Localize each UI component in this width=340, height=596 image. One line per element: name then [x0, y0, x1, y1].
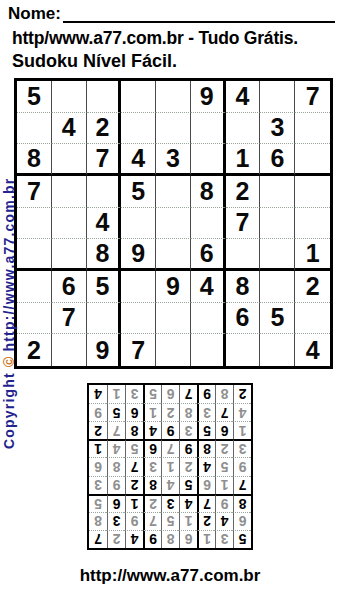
solution-cell-r6c5: 7 [161, 439, 179, 457]
main-cell-r7c9: 2 [295, 271, 330, 303]
main-cell-r3c3: 7 [87, 144, 122, 176]
solution-cell-r4c8: 9 [107, 476, 125, 494]
solution-board-rotated: 5316894276421579388974321657165482939542… [87, 383, 253, 550]
main-cell-r3c9[interactable] [295, 144, 330, 176]
main-cell-r4c4: 5 [121, 176, 156, 208]
main-cell-r9c2[interactable] [52, 334, 87, 366]
main-cell-r5c6[interactable] [191, 208, 226, 240]
sudoku-board: 594742387431675824789616594827652974 [14, 78, 333, 369]
main-cell-r9c1: 2 [17, 334, 52, 366]
solution-cell-r9c8: 1 [107, 385, 125, 403]
main-cell-r4c8[interactable] [260, 176, 295, 208]
solution-cell-r7c6: 4 [143, 421, 161, 439]
solution-cell-r2c4: 1 [179, 512, 197, 530]
main-cell-r5c7: 7 [226, 208, 261, 240]
solution-cell-r2c2: 4 [215, 512, 233, 530]
main-cell-r2c6[interactable] [191, 113, 226, 145]
copyright-prefix: Copyright [1, 367, 17, 449]
main-cell-r5c9[interactable] [295, 208, 330, 240]
solution-cell-r9c7: 3 [125, 385, 143, 403]
main-cell-r6c4: 9 [121, 239, 156, 271]
solution-cell-r5c3: 4 [197, 457, 215, 475]
main-cell-r5c1[interactable] [17, 208, 52, 240]
solution-cell-r9c9: 4 [89, 385, 107, 403]
solution-cell-r3c6: 2 [143, 494, 161, 512]
main-cell-r9c7[interactable] [226, 334, 261, 366]
solution-cell-r7c5: 9 [161, 421, 179, 439]
solution-cell-r2c3: 2 [197, 512, 215, 530]
main-cell-r6c7[interactable] [226, 239, 261, 271]
main-cell-r2c1[interactable] [17, 113, 52, 145]
solution-cell-r1c4: 6 [179, 530, 197, 548]
main-cell-r8c9[interactable] [295, 303, 330, 335]
main-cell-r4c1: 7 [17, 176, 52, 208]
main-cell-r5c3: 4 [87, 208, 122, 240]
main-cell-r9c9: 4 [295, 334, 330, 366]
solution-cell-r5c1: 9 [233, 457, 251, 475]
main-cell-r3c2[interactable] [52, 144, 87, 176]
solution-cell-r6c6: 6 [143, 439, 161, 457]
solution-cell-r9c2: 8 [215, 385, 233, 403]
solution-cell-r5c9: 6 [89, 457, 107, 475]
solution-cell-r3c2: 9 [215, 494, 233, 512]
copyright-vertical-text: Copyright © http://www.a77.com.br [1, 178, 17, 449]
main-cell-r4c2[interactable] [52, 176, 87, 208]
copyright-symbol: © [1, 357, 17, 367]
main-cell-r7c5: 9 [156, 271, 191, 303]
main-cell-r6c9: 1 [295, 239, 330, 271]
main-cell-r9c5[interactable] [156, 334, 191, 366]
solution-cell-r1c8: 2 [107, 530, 125, 548]
main-cell-r5c2[interactable] [52, 208, 87, 240]
solution-cell-r2c7: 9 [125, 512, 143, 530]
main-cell-r1c8[interactable] [260, 81, 295, 113]
main-cell-r2c5[interactable] [156, 113, 191, 145]
solution-cell-r9c5: 6 [161, 385, 179, 403]
solution-cell-r1c9: 7 [89, 530, 107, 548]
main-cell-r6c1[interactable] [17, 239, 52, 271]
solution-cell-r8c4: 8 [179, 403, 197, 421]
solution-cell-r2c9: 8 [89, 512, 107, 530]
solution-cell-r8c6: 1 [143, 403, 161, 421]
solution-cell-r8c8: 5 [107, 403, 125, 421]
solution-cell-r5c5: 1 [161, 457, 179, 475]
main-cell-r9c6[interactable] [191, 334, 226, 366]
main-cell-r9c3: 9 [87, 334, 122, 366]
solution-cell-r7c4: 3 [179, 421, 197, 439]
solution-cell-r2c5: 5 [161, 512, 179, 530]
main-cell-r2c2: 4 [52, 113, 87, 145]
solution-cell-r8c1: 4 [233, 403, 251, 421]
solution-cell-r2c6: 7 [143, 512, 161, 530]
solution-cell-r1c5: 8 [161, 530, 179, 548]
solution-cell-r6c8: 4 [107, 439, 125, 457]
main-cell-r2c3: 2 [87, 113, 122, 145]
main-cell-r3c6[interactable] [191, 144, 226, 176]
main-cell-r8c5[interactable] [156, 303, 191, 335]
solution-cell-r4c5: 4 [161, 476, 179, 494]
main-cell-r3c5: 3 [156, 144, 191, 176]
name-fill-line [63, 19, 335, 23]
solution-cell-r4c6: 8 [143, 476, 161, 494]
main-cell-r4c7: 2 [226, 176, 261, 208]
main-cell-r5c8[interactable] [260, 208, 295, 240]
name-row: Nome: [8, 4, 335, 24]
main-cell-r6c2[interactable] [52, 239, 87, 271]
solution-cell-r3c5: 3 [161, 494, 179, 512]
solution-cell-r7c3: 5 [197, 421, 215, 439]
main-cell-r1c9: 7 [295, 81, 330, 113]
main-cell-r8c3[interactable] [87, 303, 122, 335]
solution-cell-r3c8: 6 [107, 494, 125, 512]
solution-cell-r8c7: 6 [125, 403, 143, 421]
solution-cell-r9c6: 5 [143, 385, 161, 403]
solution-cell-r3c7: 1 [125, 494, 143, 512]
solution-cell-r2c1: 6 [233, 512, 251, 530]
solution-cell-r5c4: 2 [179, 457, 197, 475]
solution-cell-r9c4: 7 [179, 385, 197, 403]
main-cell-r1c6: 9 [191, 81, 226, 113]
solution-cell-r4c9: 3 [89, 476, 107, 494]
main-cell-r5c4[interactable] [121, 208, 156, 240]
solution-cell-r7c8: 7 [107, 421, 125, 439]
solution-cell-r6c3: 8 [197, 439, 215, 457]
solution-cell-r1c2: 3 [215, 530, 233, 548]
main-cell-r1c7: 4 [226, 81, 261, 113]
main-cell-r7c2: 6 [52, 271, 87, 303]
solution-cell-r4c2: 1 [215, 476, 233, 494]
solution-cell-r6c4: 9 [179, 439, 197, 457]
main-cell-r7c4[interactable] [121, 271, 156, 303]
main-cell-r9c8[interactable] [260, 334, 295, 366]
solution-cell-r3c1: 8 [233, 494, 251, 512]
name-label: Nome: [8, 4, 61, 24]
solution-cell-r2c8: 3 [107, 512, 125, 530]
main-cell-r6c8[interactable] [260, 239, 295, 271]
solution-cell-r5c2: 5 [215, 457, 233, 475]
solution-cell-r6c1: 3 [233, 439, 251, 457]
solution-cell-r1c1: 5 [233, 530, 251, 548]
solution-cell-r8c5: 2 [161, 403, 179, 421]
main-cell-r3c7: 1 [226, 144, 261, 176]
main-cell-r4c5[interactable] [156, 176, 191, 208]
main-cell-r3c8: 6 [260, 144, 295, 176]
main-cell-r3c1: 8 [17, 144, 52, 176]
solution-cell-r6c2: 2 [215, 439, 233, 457]
solution-cell-r5c6: 3 [143, 457, 161, 475]
main-cell-r1c2[interactable] [52, 81, 87, 113]
main-cell-r6c5[interactable] [156, 239, 191, 271]
main-cell-r8c4[interactable] [121, 303, 156, 335]
main-cell-r1c3[interactable] [87, 81, 122, 113]
main-cell-r4c6: 8 [191, 176, 226, 208]
main-cell-r7c8[interactable] [260, 271, 295, 303]
solution-cell-r5c8: 8 [107, 457, 125, 475]
main-cell-r5c5[interactable] [156, 208, 191, 240]
solution-cell-r8c9: 9 [89, 403, 107, 421]
solution-cell-r7c7: 8 [125, 421, 143, 439]
solution-cell-r8c3: 3 [197, 403, 215, 421]
solution-cell-r1c3: 1 [197, 530, 215, 548]
main-cell-r4c3[interactable] [87, 176, 122, 208]
solution-cell-r3c4: 4 [179, 494, 197, 512]
main-cell-r9c4: 7 [121, 334, 156, 366]
main-cell-r7c1[interactable] [17, 271, 52, 303]
solution-cell-r6c7: 5 [125, 439, 143, 457]
solution-cell-r8c2: 7 [215, 403, 233, 421]
main-cell-r1c4[interactable] [121, 81, 156, 113]
solution-cell-r5c7: 7 [125, 457, 143, 475]
copyright-url: http://www.a77.com.br [1, 178, 17, 357]
main-cell-r6c6: 6 [191, 239, 226, 271]
main-cell-r8c1[interactable] [17, 303, 52, 335]
main-cell-r4c9[interactable] [295, 176, 330, 208]
solution-cell-r7c2: 6 [215, 421, 233, 439]
solution-cell-r6c9: 1 [89, 439, 107, 457]
main-cell-r2c8: 3 [260, 113, 295, 145]
main-cell-r2c4[interactable] [121, 113, 156, 145]
solution-cell-r3c9: 5 [89, 494, 107, 512]
solution-cell-r3c3: 7 [197, 494, 215, 512]
main-cell-r2c7[interactable] [226, 113, 261, 145]
solution-cell-r9c3: 9 [197, 385, 215, 403]
solution-cell-r4c7: 2 [125, 476, 143, 494]
main-cell-r6c3: 8 [87, 239, 122, 271]
main-cell-r1c1: 5 [17, 81, 52, 113]
main-cell-r8c8: 5 [260, 303, 295, 335]
solution-cell-r1c7: 4 [125, 530, 143, 548]
footer-url: http://www.a77.com.br [0, 566, 340, 586]
main-cell-r3c4: 4 [121, 144, 156, 176]
main-cell-r1c5[interactable] [156, 81, 191, 113]
solution-cell-r7c9: 2 [89, 421, 107, 439]
main-cell-r7c3: 5 [87, 271, 122, 303]
solution-cell-r4c1: 7 [233, 476, 251, 494]
main-cell-r8c7: 6 [226, 303, 261, 335]
puzzle-level-title: Sudoku Nível Fácil. [12, 51, 177, 72]
main-cell-r8c2: 7 [52, 303, 87, 335]
main-cell-r7c7: 8 [226, 271, 261, 303]
site-title: http/www.a77.com.br - Tudo Grátis. [12, 28, 298, 49]
main-cell-r8c6[interactable] [191, 303, 226, 335]
solution-cell-r4c3: 6 [197, 476, 215, 494]
solution-cell-r7c1: 1 [233, 421, 251, 439]
main-cell-r2c9[interactable] [295, 113, 330, 145]
solution-cell-r4c4: 5 [179, 476, 197, 494]
main-cell-r7c6: 4 [191, 271, 226, 303]
solution-cell-r9c1: 2 [233, 385, 251, 403]
solution-cell-r1c6: 9 [143, 530, 161, 548]
